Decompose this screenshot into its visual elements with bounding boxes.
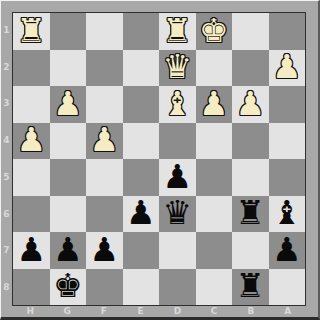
square-g2[interactable]	[50, 50, 87, 87]
square-d4[interactable]	[159, 123, 196, 160]
square-b6[interactable]: ♜︎	[232, 196, 269, 233]
square-h2[interactable]	[13, 50, 50, 87]
square-h7[interactable]: ♟︎	[13, 232, 50, 269]
square-f2[interactable]	[86, 50, 123, 87]
square-e2[interactable]	[123, 50, 160, 87]
square-b1[interactable]	[232, 13, 269, 50]
piece-black-bishop: ♝︎	[272, 196, 302, 229]
piece-white-pawn: ♟︎	[16, 123, 46, 156]
square-d5[interactable]: ♟︎	[159, 159, 196, 196]
square-a3[interactable]	[269, 86, 306, 123]
square-g1[interactable]	[50, 13, 87, 50]
file-label-b: B	[233, 306, 270, 317]
file-label-e: E	[122, 306, 159, 317]
piece-white-pawn: ♟︎	[53, 87, 83, 120]
piece-white-pawn: ♟︎	[235, 87, 265, 120]
square-g8[interactable]: ♚︎	[50, 269, 87, 306]
square-a6[interactable]: ♝︎	[269, 196, 306, 233]
square-b5[interactable]	[232, 159, 269, 196]
square-c5[interactable]	[196, 159, 233, 196]
square-c6[interactable]	[196, 196, 233, 233]
square-b8[interactable]: ♜︎	[232, 269, 269, 306]
rank-label-5: 5	[1, 159, 12, 196]
square-c2[interactable]	[196, 50, 233, 87]
square-g5[interactable]	[50, 159, 87, 196]
square-a2[interactable]: ♟︎	[269, 50, 306, 87]
square-a8[interactable]	[269, 269, 306, 306]
rank-label-2: 2	[1, 49, 12, 86]
square-g7[interactable]: ♟︎	[50, 232, 87, 269]
piece-black-pawn: ♟︎	[53, 233, 83, 266]
piece-white-pawn: ♟︎	[199, 87, 229, 120]
square-f5[interactable]	[86, 159, 123, 196]
square-f3[interactable]	[86, 86, 123, 123]
piece-white-pawn: ♟︎	[272, 50, 302, 83]
square-c7[interactable]	[196, 232, 233, 269]
file-label-h: H	[12, 306, 49, 317]
square-e5[interactable]	[123, 159, 160, 196]
square-b4[interactable]	[232, 123, 269, 160]
square-e1[interactable]	[123, 13, 160, 50]
rank-label-8: 8	[1, 269, 12, 306]
square-g4[interactable]	[50, 123, 87, 160]
piece-black-queen: ♛︎	[162, 196, 192, 229]
file-label-f: F	[86, 306, 123, 317]
file-label-c: C	[196, 306, 233, 317]
rank-label-3: 3	[1, 86, 12, 123]
square-d2[interactable]: ♛︎	[159, 50, 196, 87]
square-g3[interactable]: ♟︎	[50, 86, 87, 123]
square-e6[interactable]: ♟︎	[123, 196, 160, 233]
file-labels: HGFEDCBA	[12, 306, 306, 317]
piece-black-pawn: ♟︎	[272, 233, 302, 266]
piece-white-rook: ♜︎	[16, 14, 46, 47]
piece-white-queen: ♛︎	[162, 50, 192, 83]
piece-black-pawn: ♟︎	[89, 233, 119, 266]
piece-white-pawn: ♟︎	[89, 123, 119, 156]
square-d8[interactable]	[159, 269, 196, 306]
rank-labels: 12345678	[1, 12, 12, 306]
rank-label-7: 7	[1, 233, 12, 270]
square-h8[interactable]	[13, 269, 50, 306]
square-f1[interactable]	[86, 13, 123, 50]
square-h1[interactable]: ♜︎	[13, 13, 50, 50]
square-h4[interactable]: ♟︎	[13, 123, 50, 160]
square-a4[interactable]	[269, 123, 306, 160]
piece-white-bishop: ♝︎	[162, 87, 192, 120]
piece-black-pawn: ♟︎	[126, 196, 156, 229]
piece-white-rook: ♜︎	[162, 14, 192, 47]
square-e8[interactable]	[123, 269, 160, 306]
square-a5[interactable]	[269, 159, 306, 196]
file-label-d: D	[159, 306, 196, 317]
square-b7[interactable]	[232, 232, 269, 269]
square-e4[interactable]	[123, 123, 160, 160]
square-e7[interactable]	[123, 232, 160, 269]
square-d6[interactable]: ♛︎	[159, 196, 196, 233]
square-a1[interactable]	[269, 13, 306, 50]
square-f4[interactable]: ♟︎	[86, 123, 123, 160]
piece-white-king: ♚︎	[199, 14, 229, 47]
piece-black-pawn: ♟︎	[162, 160, 192, 193]
square-c4[interactable]	[196, 123, 233, 160]
square-g6[interactable]	[50, 196, 87, 233]
square-a7[interactable]: ♟︎	[269, 232, 306, 269]
piece-black-pawn: ♟︎	[16, 233, 46, 266]
rank-label-4: 4	[1, 122, 12, 159]
square-f6[interactable]	[86, 196, 123, 233]
square-b2[interactable]	[232, 50, 269, 87]
piece-black-rook: ♜︎	[235, 269, 265, 302]
square-d1[interactable]: ♜︎	[159, 13, 196, 50]
rank-label-6: 6	[1, 196, 12, 233]
chessboard: ♜︎♜︎♚︎♛︎♟︎♟︎♝︎♟︎♟︎♟︎♟︎♟︎♟︎♛︎♜︎♝︎♟︎♟︎♟︎♟︎…	[12, 12, 306, 306]
square-h5[interactable]	[13, 159, 50, 196]
piece-black-king: ♚︎	[53, 269, 83, 302]
square-d7[interactable]	[159, 232, 196, 269]
square-f7[interactable]: ♟︎	[86, 232, 123, 269]
square-f8[interactable]	[86, 269, 123, 306]
square-d3[interactable]: ♝︎	[159, 86, 196, 123]
square-c1[interactable]: ♚︎	[196, 13, 233, 50]
file-label-g: G	[49, 306, 86, 317]
square-b3[interactable]: ♟︎	[232, 86, 269, 123]
square-h3[interactable]	[13, 86, 50, 123]
chessboard-frame: 12345678 ♜︎♜︎♚︎♛︎♟︎♟︎♝︎♟︎♟︎♟︎♟︎♟︎♟︎♛︎♜︎♝…	[0, 0, 320, 320]
piece-black-rook: ♜︎	[235, 196, 265, 229]
square-c3[interactable]: ♟︎	[196, 86, 233, 123]
file-label-a: A	[269, 306, 306, 317]
square-c8[interactable]	[196, 269, 233, 306]
rank-label-1: 1	[1, 12, 12, 49]
square-h6[interactable]	[13, 196, 50, 233]
square-e3[interactable]	[123, 86, 160, 123]
